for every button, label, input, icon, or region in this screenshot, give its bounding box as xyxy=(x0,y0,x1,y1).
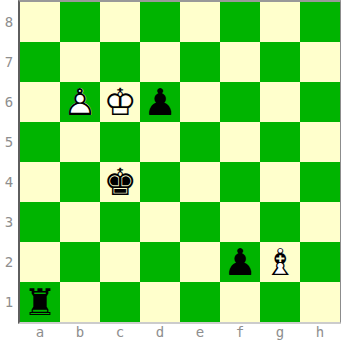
square-e3[interactable] xyxy=(180,202,220,242)
square-f4[interactable] xyxy=(220,162,260,202)
square-d4[interactable] xyxy=(140,162,180,202)
square-e8[interactable] xyxy=(180,2,220,42)
square-e7[interactable] xyxy=(180,42,220,82)
square-g6[interactable] xyxy=(260,82,300,122)
piece-black-rook: ♜ xyxy=(20,282,60,322)
square-c1[interactable] xyxy=(100,282,140,322)
square-d1[interactable] xyxy=(140,282,180,322)
square-c3[interactable] xyxy=(100,202,140,242)
piece-white-bishop: ♗ xyxy=(260,242,300,282)
square-h5[interactable] xyxy=(300,122,340,162)
square-b3[interactable] xyxy=(60,202,100,242)
square-h1[interactable] xyxy=(300,282,340,322)
square-a1[interactable]: ♜ xyxy=(20,282,60,322)
piece-black-pawn: ♟ xyxy=(140,82,180,122)
square-d3[interactable] xyxy=(140,202,180,242)
chess-diagram: 87654321 ♟♙♚♔♟♚♟♝♗♜ abcdefgh xyxy=(0,0,341,341)
square-h4[interactable] xyxy=(300,162,340,202)
rank-labels: 87654321 xyxy=(0,2,18,322)
square-b2[interactable] xyxy=(60,242,100,282)
square-e5[interactable] xyxy=(180,122,220,162)
file-label-d: d xyxy=(140,323,180,341)
rank-label-1: 1 xyxy=(0,282,18,322)
square-a7[interactable] xyxy=(20,42,60,82)
file-label-c: c xyxy=(100,323,140,341)
piece-black-pawn: ♟ xyxy=(220,242,260,282)
square-c5[interactable] xyxy=(100,122,140,162)
square-d2[interactable] xyxy=(140,242,180,282)
file-label-a: a xyxy=(20,323,60,341)
square-h8[interactable] xyxy=(300,2,340,42)
rank-label-2: 2 xyxy=(0,242,18,282)
rank-label-6: 6 xyxy=(0,82,18,122)
square-h2[interactable] xyxy=(300,242,340,282)
file-label-b: b xyxy=(60,323,100,341)
square-f5[interactable] xyxy=(220,122,260,162)
square-f2[interactable]: ♟ xyxy=(220,242,260,282)
square-g4[interactable] xyxy=(260,162,300,202)
square-d7[interactable] xyxy=(140,42,180,82)
square-f6[interactable] xyxy=(220,82,260,122)
square-a6[interactable] xyxy=(20,82,60,122)
square-h3[interactable] xyxy=(300,202,340,242)
square-e1[interactable] xyxy=(180,282,220,322)
square-a5[interactable] xyxy=(20,122,60,162)
file-label-f: f xyxy=(220,323,260,341)
square-c2[interactable] xyxy=(100,242,140,282)
square-g2[interactable]: ♝♗ xyxy=(260,242,300,282)
piece-white-pawn: ♙ xyxy=(60,82,100,122)
square-a2[interactable] xyxy=(20,242,60,282)
square-g1[interactable] xyxy=(260,282,300,322)
square-f3[interactable] xyxy=(220,202,260,242)
square-e6[interactable] xyxy=(180,82,220,122)
piece-fill-layer: ♚ xyxy=(100,82,140,122)
square-b7[interactable] xyxy=(60,42,100,82)
square-a8[interactable] xyxy=(20,2,60,42)
square-d5[interactable] xyxy=(140,122,180,162)
square-f1[interactable] xyxy=(220,282,260,322)
square-d8[interactable] xyxy=(140,2,180,42)
rank-label-8: 8 xyxy=(0,2,18,42)
file-label-h: h xyxy=(300,323,340,341)
piece-black-king: ♚ xyxy=(100,162,140,202)
piece-fill-layer: ♟ xyxy=(60,82,100,122)
square-e4[interactable] xyxy=(180,162,220,202)
square-h6[interactable] xyxy=(300,82,340,122)
rank-label-5: 5 xyxy=(0,122,18,162)
square-e2[interactable] xyxy=(180,242,220,282)
file-labels: abcdefgh xyxy=(20,323,340,341)
square-f7[interactable] xyxy=(220,42,260,82)
square-a3[interactable] xyxy=(20,202,60,242)
square-b1[interactable] xyxy=(60,282,100,322)
square-b5[interactable] xyxy=(60,122,100,162)
square-d6[interactable]: ♟ xyxy=(140,82,180,122)
rank-label-3: 3 xyxy=(0,202,18,242)
square-c6[interactable]: ♚♔ xyxy=(100,82,140,122)
piece-fill-layer: ♝ xyxy=(260,242,300,282)
square-g8[interactable] xyxy=(260,2,300,42)
square-h7[interactable] xyxy=(300,42,340,82)
piece-white-king: ♔ xyxy=(100,82,140,122)
square-g5[interactable] xyxy=(260,122,300,162)
file-label-g: g xyxy=(260,323,300,341)
square-b6[interactable]: ♟♙ xyxy=(60,82,100,122)
square-c8[interactable] xyxy=(100,2,140,42)
file-label-e: e xyxy=(180,323,220,341)
square-g3[interactable] xyxy=(260,202,300,242)
rank-label-4: 4 xyxy=(0,162,18,202)
square-a4[interactable] xyxy=(20,162,60,202)
square-f8[interactable] xyxy=(220,2,260,42)
square-c7[interactable] xyxy=(100,42,140,82)
square-b8[interactable] xyxy=(60,2,100,42)
square-c4[interactable]: ♚ xyxy=(100,162,140,202)
square-g7[interactable] xyxy=(260,42,300,82)
square-b4[interactable] xyxy=(60,162,100,202)
rank-label-7: 7 xyxy=(0,42,18,82)
chess-board: ♟♙♚♔♟♚♟♝♗♜ xyxy=(18,0,341,324)
